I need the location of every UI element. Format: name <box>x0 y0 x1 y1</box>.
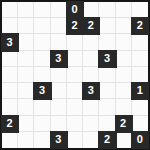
clue-cell-r3c3: 3 <box>51 51 67 67</box>
cell-r4c6[interactable] <box>99 67 115 83</box>
cell-r7c6[interactable] <box>99 116 115 132</box>
cell-r4c0[interactable] <box>2 67 18 83</box>
cell-r7c1[interactable] <box>18 116 34 132</box>
cell-r8c2[interactable] <box>34 132 50 148</box>
cell-r1c0[interactable] <box>2 18 18 34</box>
cell-r5c1[interactable] <box>18 83 34 99</box>
cell-r0c3[interactable] <box>51 2 67 18</box>
cell-r2c8[interactable] <box>132 34 148 50</box>
cell-r1c2[interactable] <box>34 18 50 34</box>
clue-cell-r3c6: 3 <box>99 51 115 67</box>
cell-r0c2[interactable] <box>34 2 50 18</box>
cell-r6c5[interactable] <box>83 99 99 115</box>
clue-cell-r8c3: 3 <box>51 132 67 148</box>
cell-r0c7[interactable] <box>116 2 132 18</box>
cell-r2c1[interactable] <box>18 34 34 50</box>
clue-cell-r5c8: 1 <box>132 83 148 99</box>
cell-r2c4[interactable] <box>67 34 83 50</box>
cell-r0c0[interactable] <box>2 2 18 18</box>
cell-r6c6[interactable] <box>99 99 115 115</box>
clue-cell-r1c5: 2 <box>83 18 99 34</box>
cell-r0c6[interactable] <box>99 2 115 18</box>
cell-r5c3[interactable] <box>51 83 67 99</box>
clue-cell-r8c8: 0 <box>132 132 148 148</box>
cell-r5c4[interactable] <box>67 83 83 99</box>
cell-r4c8[interactable] <box>132 67 148 83</box>
clue-cell-r1c4: 2 <box>67 18 83 34</box>
cell-r3c7[interactable] <box>116 51 132 67</box>
cell-r4c1[interactable] <box>18 67 34 83</box>
clue-cell-r8c6: 2 <box>99 132 115 148</box>
clue-cell-r7c0: 2 <box>2 116 18 132</box>
cell-r1c7[interactable] <box>116 18 132 34</box>
cell-r7c3[interactable] <box>51 116 67 132</box>
cell-r6c2[interactable] <box>34 99 50 115</box>
clue-cell-r5c5: 3 <box>83 83 99 99</box>
cell-r8c0[interactable] <box>2 132 18 148</box>
cell-r3c0[interactable] <box>2 51 18 67</box>
puzzle-board: 022233333122320 <box>0 0 150 150</box>
cell-r4c7[interactable] <box>116 67 132 83</box>
cell-r0c8[interactable] <box>132 2 148 18</box>
cell-r8c7[interactable] <box>116 132 132 148</box>
clue-cell-r1c8: 2 <box>132 18 148 34</box>
cell-r3c1[interactable] <box>18 51 34 67</box>
cell-r2c5[interactable] <box>83 34 99 50</box>
cell-r6c0[interactable] <box>2 99 18 115</box>
cell-r4c5[interactable] <box>83 67 99 83</box>
cell-r4c3[interactable] <box>51 67 67 83</box>
cell-r0c1[interactable] <box>18 2 34 18</box>
cell-r7c8[interactable] <box>132 116 148 132</box>
cell-r6c1[interactable] <box>18 99 34 115</box>
cell-r6c4[interactable] <box>67 99 83 115</box>
cell-r7c4[interactable] <box>67 116 83 132</box>
cell-r2c3[interactable] <box>51 34 67 50</box>
cell-r2c7[interactable] <box>116 34 132 50</box>
cell-r4c4[interactable] <box>67 67 83 83</box>
cell-r1c6[interactable] <box>99 18 115 34</box>
cell-r6c3[interactable] <box>51 99 67 115</box>
cell-r8c4[interactable] <box>67 132 83 148</box>
cell-r7c2[interactable] <box>34 116 50 132</box>
cell-r3c8[interactable] <box>132 51 148 67</box>
cell-r3c5[interactable] <box>83 51 99 67</box>
cell-r2c2[interactable] <box>34 34 50 50</box>
cell-r3c4[interactable] <box>67 51 83 67</box>
clue-cell-r7c7: 2 <box>116 116 132 132</box>
cell-r6c7[interactable] <box>116 99 132 115</box>
clue-cell-r2c0: 3 <box>2 34 18 50</box>
cell-r7c5[interactable] <box>83 116 99 132</box>
clue-cell-r0c4: 0 <box>67 2 83 18</box>
cell-r5c6[interactable] <box>99 83 115 99</box>
cell-r4c2[interactable] <box>34 67 50 83</box>
cell-r3c2[interactable] <box>34 51 50 67</box>
cell-r6c8[interactable] <box>132 99 148 115</box>
cell-r1c3[interactable] <box>51 18 67 34</box>
cell-r5c7[interactable] <box>116 83 132 99</box>
cell-r0c5[interactable] <box>83 2 99 18</box>
cell-r8c1[interactable] <box>18 132 34 148</box>
cell-r5c0[interactable] <box>2 83 18 99</box>
cell-r8c5[interactable] <box>83 132 99 148</box>
clue-cell-r5c2: 3 <box>34 83 50 99</box>
cell-r1c1[interactable] <box>18 18 34 34</box>
cell-r2c6[interactable] <box>99 34 115 50</box>
